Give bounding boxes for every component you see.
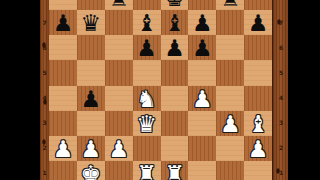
- square-h4: [244, 86, 272, 111]
- square-c6: [105, 35, 133, 60]
- square-h7: ♟: [244, 10, 272, 35]
- square-f8: [188, 0, 216, 10]
- square-e3: [161, 111, 189, 136]
- square-c2: ♟: [105, 136, 133, 161]
- rank-label-4: 4: [273, 94, 289, 102]
- rank-label-6: 6: [40, 44, 49, 52]
- white-pawn-a2: ♟: [53, 137, 74, 161]
- black-pawn-h7: ♟: [248, 11, 269, 35]
- board-frame-right: 87654321: [272, 0, 289, 180]
- square-g7: [216, 10, 244, 35]
- white-rook-e1: ♜: [164, 162, 185, 180]
- square-e7: ♝: [161, 10, 189, 35]
- square-d3: ♛: [133, 111, 161, 136]
- square-f1: [188, 161, 216, 180]
- square-d6: ♟: [133, 35, 161, 60]
- square-c4: [105, 86, 133, 111]
- square-a2: ♟: [49, 136, 77, 161]
- square-b2: ♟: [77, 136, 105, 161]
- rank-label-3: 3: [40, 119, 49, 127]
- square-h8: [244, 0, 272, 10]
- square-f2: [188, 136, 216, 161]
- white-pawn-h2: ♟: [248, 137, 269, 161]
- rank-label-5: 5: [273, 69, 289, 77]
- square-d5: [133, 60, 161, 85]
- black-pawn-e6: ♟: [164, 36, 185, 60]
- square-e5: [161, 60, 189, 85]
- rank-label-6: 6: [273, 44, 289, 52]
- rank-label-5: 5: [40, 69, 49, 77]
- square-f7: ♟: [188, 10, 216, 35]
- letterbox-right: [288, 0, 320, 180]
- square-c7: [105, 10, 133, 35]
- square-b6: [77, 35, 105, 60]
- square-h6: [244, 35, 272, 60]
- square-g1: [216, 161, 244, 180]
- square-c8: ♜: [105, 0, 133, 10]
- rank-label-1: 1: [40, 169, 49, 177]
- white-pawn-b2: ♟: [81, 137, 102, 161]
- square-b3: [77, 111, 105, 136]
- square-b5: [77, 60, 105, 85]
- square-e6: ♟: [161, 35, 189, 60]
- square-f6: ♟: [188, 35, 216, 60]
- square-a4: [49, 86, 77, 111]
- black-bishop-e7: ♝: [164, 11, 185, 35]
- square-a1: [49, 161, 77, 180]
- square-d2: [133, 136, 161, 161]
- rank-label-8: 8: [273, 0, 289, 2]
- white-pawn-f4: ♟: [192, 87, 213, 111]
- black-pawn-d6: ♟: [136, 36, 157, 60]
- white-bishop-h3: ♝: [248, 112, 269, 136]
- square-b4: ♟: [77, 86, 105, 111]
- white-knight-d4: ♞: [136, 87, 157, 111]
- square-b7: ♛: [77, 10, 105, 35]
- chess-board: ♜♚♜♟♛♝♝♟♟♟♟♟♟♞♟♛♟♝♟♟♟♟♚♜♜: [49, 0, 272, 180]
- square-a7: ♟: [49, 10, 77, 35]
- square-e8: ♚: [161, 0, 189, 10]
- white-pawn-c2: ♟: [108, 137, 129, 161]
- black-rook-g8: ♜: [220, 0, 241, 10]
- rank-label-2: 2: [273, 144, 289, 152]
- square-f5: [188, 60, 216, 85]
- square-e1: ♜: [161, 161, 189, 180]
- square-c5: [105, 60, 133, 85]
- square-d7: ♝: [133, 10, 161, 35]
- video-frame: 87654321 ♜♚♜♟♛♝♝♟♟♟♟♟♟♞♟♛♟♝♟♟♟♟♚♜♜ 87654…: [0, 0, 320, 180]
- white-rook-d1: ♜: [136, 162, 157, 180]
- rank-label-1: 1: [273, 169, 289, 177]
- square-f4: ♟: [188, 86, 216, 111]
- square-g3: ♟: [216, 111, 244, 136]
- square-g2: [216, 136, 244, 161]
- rank-label-7: 7: [273, 19, 289, 27]
- black-pawn-f6: ♟: [192, 36, 213, 60]
- black-queen-b7: ♛: [81, 11, 102, 35]
- square-g6: [216, 35, 244, 60]
- rank-label-3: 3: [273, 119, 289, 127]
- square-h5: [244, 60, 272, 85]
- square-e4: [161, 86, 189, 111]
- square-a6: [49, 35, 77, 60]
- square-d1: ♜: [133, 161, 161, 180]
- square-c1: [105, 161, 133, 180]
- square-d4: ♞: [133, 86, 161, 111]
- black-pawn-f7: ♟: [192, 11, 213, 35]
- letterbox-left: [0, 0, 40, 180]
- square-g5: [216, 60, 244, 85]
- rank-label-2: 2: [40, 144, 49, 152]
- white-king-b1: ♚: [81, 162, 102, 180]
- square-h1: [244, 161, 272, 180]
- square-g4: [216, 86, 244, 111]
- black-rook-c8: ♜: [108, 0, 129, 10]
- black-bishop-d7: ♝: [136, 11, 157, 35]
- square-e2: [161, 136, 189, 161]
- square-a8: [49, 0, 77, 10]
- square-b8: [77, 0, 105, 10]
- square-d8: [133, 0, 161, 10]
- black-pawn-a7: ♟: [53, 11, 74, 35]
- square-b1: ♚: [77, 161, 105, 180]
- square-h3: ♝: [244, 111, 272, 136]
- square-g8: ♜: [216, 0, 244, 10]
- square-h2: ♟: [244, 136, 272, 161]
- square-f3: [188, 111, 216, 136]
- board-grid: ♜♚♜♟♛♝♝♟♟♟♟♟♟♞♟♛♟♝♟♟♟♟♚♜♜: [49, 0, 272, 180]
- white-pawn-g3: ♟: [220, 112, 241, 136]
- square-a5: [49, 60, 77, 85]
- black-pawn-b4: ♟: [81, 87, 102, 111]
- rank-label-7: 7: [40, 19, 49, 27]
- square-c3: [105, 111, 133, 136]
- black-king-e8: ♚: [164, 0, 185, 10]
- rank-label-8: 8: [40, 0, 49, 2]
- white-queen-d3: ♛: [136, 112, 157, 136]
- rank-label-4: 4: [40, 94, 49, 102]
- square-a3: [49, 111, 77, 136]
